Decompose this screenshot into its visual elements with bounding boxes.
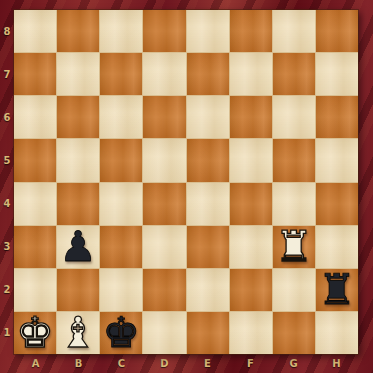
black-pawn[interactable]: ♟	[59, 226, 97, 268]
square-g6[interactable]	[273, 96, 315, 138]
square-c6[interactable]	[100, 96, 142, 138]
square-a6[interactable]	[14, 96, 56, 138]
rank-label-7: 7	[0, 53, 14, 96]
square-c1[interactable]: ♚	[100, 312, 142, 354]
square-e2[interactable]	[187, 269, 229, 311]
square-h4[interactable]	[316, 183, 358, 225]
square-h7[interactable]	[316, 53, 358, 95]
square-a4[interactable]	[14, 183, 56, 225]
file-label-e: E	[186, 354, 229, 373]
square-a8[interactable]	[14, 10, 56, 52]
square-h1[interactable]	[316, 312, 358, 354]
square-g7[interactable]	[273, 53, 315, 95]
square-f4[interactable]	[230, 183, 272, 225]
rank-label-2: 2	[0, 268, 14, 311]
black-king[interactable]: ♚	[102, 312, 140, 354]
square-f8[interactable]	[230, 10, 272, 52]
square-h8[interactable]	[316, 10, 358, 52]
square-b7[interactable]	[57, 53, 99, 95]
square-g1[interactable]	[273, 312, 315, 354]
white-bishop[interactable]: ♝	[59, 312, 97, 354]
rank-label-1: 1	[0, 311, 14, 354]
square-e3[interactable]	[187, 226, 229, 268]
board: ♟♜♜♚♝♚	[14, 10, 358, 354]
square-g5[interactable]	[273, 139, 315, 181]
square-f5[interactable]	[230, 139, 272, 181]
square-a5[interactable]	[14, 139, 56, 181]
square-f3[interactable]	[230, 226, 272, 268]
square-f6[interactable]	[230, 96, 272, 138]
square-c5[interactable]	[100, 139, 142, 181]
square-d2[interactable]	[143, 269, 185, 311]
rank-label-6: 6	[0, 96, 14, 139]
square-g8[interactable]	[273, 10, 315, 52]
square-d6[interactable]	[143, 96, 185, 138]
square-f7[interactable]	[230, 53, 272, 95]
square-a3[interactable]	[14, 226, 56, 268]
square-f1[interactable]	[230, 312, 272, 354]
square-d5[interactable]	[143, 139, 185, 181]
file-label-g: G	[272, 354, 315, 373]
black-rook[interactable]: ♜	[318, 269, 356, 311]
file-label-d: D	[143, 354, 186, 373]
rank-label-4: 4	[0, 182, 14, 225]
square-e7[interactable]	[187, 53, 229, 95]
square-d7[interactable]	[143, 53, 185, 95]
square-g3[interactable]: ♜	[273, 226, 315, 268]
square-d8[interactable]	[143, 10, 185, 52]
square-b2[interactable]	[57, 269, 99, 311]
square-c4[interactable]	[100, 183, 142, 225]
square-d4[interactable]	[143, 183, 185, 225]
rank-label-3: 3	[0, 225, 14, 268]
chessboard-frame: 87654321 ABCDEFGH ♟♜♜♚♝♚	[0, 0, 373, 373]
white-rook[interactable]: ♜	[275, 226, 313, 268]
square-h6[interactable]	[316, 96, 358, 138]
square-b5[interactable]	[57, 139, 99, 181]
square-d1[interactable]	[143, 312, 185, 354]
square-e8[interactable]	[187, 10, 229, 52]
square-c2[interactable]	[100, 269, 142, 311]
square-b1[interactable]: ♝	[57, 312, 99, 354]
square-e1[interactable]	[187, 312, 229, 354]
square-c3[interactable]	[100, 226, 142, 268]
square-a7[interactable]	[14, 53, 56, 95]
square-b4[interactable]	[57, 183, 99, 225]
square-a2[interactable]	[14, 269, 56, 311]
file-label-f: F	[229, 354, 272, 373]
square-c8[interactable]	[100, 10, 142, 52]
square-e6[interactable]	[187, 96, 229, 138]
square-e5[interactable]	[187, 139, 229, 181]
rank-labels: 87654321	[0, 10, 14, 354]
rank-label-8: 8	[0, 10, 14, 53]
square-c7[interactable]	[100, 53, 142, 95]
square-b3[interactable]: ♟	[57, 226, 99, 268]
file-label-h: H	[315, 354, 358, 373]
square-f2[interactable]	[230, 269, 272, 311]
square-d3[interactable]	[143, 226, 185, 268]
white-king[interactable]: ♚	[16, 312, 54, 354]
square-g2[interactable]	[273, 269, 315, 311]
square-h2[interactable]: ♜	[316, 269, 358, 311]
square-b8[interactable]	[57, 10, 99, 52]
square-g4[interactable]	[273, 183, 315, 225]
square-h3[interactable]	[316, 226, 358, 268]
square-b6[interactable]	[57, 96, 99, 138]
square-e4[interactable]	[187, 183, 229, 225]
square-h5[interactable]	[316, 139, 358, 181]
rank-label-5: 5	[0, 139, 14, 182]
square-a1[interactable]: ♚	[14, 312, 56, 354]
